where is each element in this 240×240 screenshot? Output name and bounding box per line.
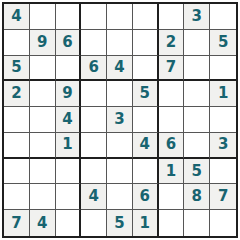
cell-r7c3-empty[interactable]	[56, 159, 82, 185]
cell-r3c7-given[interactable]: 7	[159, 56, 185, 82]
cell-r1c8-given[interactable]: 3	[184, 4, 210, 30]
cell-r3c3-empty[interactable]	[56, 56, 82, 82]
cell-r1c2-empty[interactable]	[30, 4, 56, 30]
cell-r8c5-empty[interactable]	[107, 184, 133, 210]
cell-r7c5-empty[interactable]	[107, 159, 133, 185]
cell-r3c9-empty[interactable]	[210, 56, 236, 82]
cell-r8c3-empty[interactable]	[56, 184, 82, 210]
cell-r8c6-given[interactable]: 6	[133, 184, 159, 210]
cell-r2c5-empty[interactable]	[107, 30, 133, 56]
cell-r3c4-given[interactable]: 6	[81, 56, 107, 82]
cell-r5c3-given[interactable]: 4	[56, 107, 82, 133]
cell-r1c4-empty[interactable]	[81, 4, 107, 30]
cell-r9c7-empty[interactable]	[159, 210, 185, 236]
cell-r2c8-empty[interactable]	[184, 30, 210, 56]
cell-r9c5-given[interactable]: 5	[107, 210, 133, 236]
cell-r2c6-empty[interactable]	[133, 30, 159, 56]
cell-r6c3-given[interactable]: 1	[56, 133, 82, 159]
cell-r8c4-given[interactable]: 4	[81, 184, 107, 210]
cell-r4c6-given[interactable]: 5	[133, 81, 159, 107]
cell-r7c4-empty[interactable]	[81, 159, 107, 185]
cell-r6c4-empty[interactable]	[81, 133, 107, 159]
cell-r5c5-given[interactable]: 3	[107, 107, 133, 133]
cell-r1c9-empty[interactable]	[210, 4, 236, 30]
cell-r8c1-empty[interactable]	[4, 184, 30, 210]
cell-r1c5-empty[interactable]	[107, 4, 133, 30]
cell-r9c4-empty[interactable]	[81, 210, 107, 236]
cell-r2c2-given[interactable]: 9	[30, 30, 56, 56]
cell-r4c3-given[interactable]: 9	[56, 81, 82, 107]
cell-r3c6-empty[interactable]	[133, 56, 159, 82]
cell-r6c6-given[interactable]: 4	[133, 133, 159, 159]
cell-r6c7-given[interactable]: 6	[159, 133, 185, 159]
cell-r9c8-empty[interactable]	[184, 210, 210, 236]
cell-r6c5-empty[interactable]	[107, 133, 133, 159]
cell-r8c7-empty[interactable]	[159, 184, 185, 210]
cell-r9c9-empty[interactable]	[210, 210, 236, 236]
cell-r4c1-given[interactable]: 2	[4, 81, 30, 107]
cell-r2c7-given[interactable]: 2	[159, 30, 185, 56]
cell-r2c9-given[interactable]: 5	[210, 30, 236, 56]
cell-r6c2-empty[interactable]	[30, 133, 56, 159]
cell-r5c1-empty[interactable]	[4, 107, 30, 133]
sudoku-app: 439625564729514314631546877451	[0, 0, 240, 240]
cell-r6c1-empty[interactable]	[4, 133, 30, 159]
cell-r7c2-empty[interactable]	[30, 159, 56, 185]
cell-r5c9-empty[interactable]	[210, 107, 236, 133]
cell-r4c9-given[interactable]: 1	[210, 81, 236, 107]
cell-r5c2-empty[interactable]	[30, 107, 56, 133]
cell-r4c5-empty[interactable]	[107, 81, 133, 107]
cell-r7c6-empty[interactable]	[133, 159, 159, 185]
cell-r4c7-empty[interactable]	[159, 81, 185, 107]
cell-r8c9-given[interactable]: 7	[210, 184, 236, 210]
cell-r1c7-empty[interactable]	[159, 4, 185, 30]
cell-r5c6-empty[interactable]	[133, 107, 159, 133]
cell-r9c1-given[interactable]: 7	[4, 210, 30, 236]
cell-r4c2-empty[interactable]	[30, 81, 56, 107]
cell-r7c7-given[interactable]: 1	[159, 159, 185, 185]
cell-r7c9-empty[interactable]	[210, 159, 236, 185]
cell-r5c7-empty[interactable]	[159, 107, 185, 133]
cell-r3c5-given[interactable]: 4	[107, 56, 133, 82]
cell-r4c8-empty[interactable]	[184, 81, 210, 107]
cell-r5c8-empty[interactable]	[184, 107, 210, 133]
cell-r1c1-given[interactable]: 4	[4, 4, 30, 30]
cell-r9c6-given[interactable]: 1	[133, 210, 159, 236]
sudoku-board: 439625564729514314631546877451	[2, 2, 238, 238]
cell-r7c8-given[interactable]: 5	[184, 159, 210, 185]
cell-r9c2-given[interactable]: 4	[30, 210, 56, 236]
cell-r3c2-empty[interactable]	[30, 56, 56, 82]
cell-r1c3-empty[interactable]	[56, 4, 82, 30]
cell-r3c8-empty[interactable]	[184, 56, 210, 82]
cell-r5c4-empty[interactable]	[81, 107, 107, 133]
cell-r8c2-empty[interactable]	[30, 184, 56, 210]
cell-r6c8-empty[interactable]	[184, 133, 210, 159]
cell-r2c1-empty[interactable]	[4, 30, 30, 56]
cell-r3c1-given[interactable]: 5	[4, 56, 30, 82]
cell-r1c6-empty[interactable]	[133, 4, 159, 30]
cell-r4c4-empty[interactable]	[81, 81, 107, 107]
cell-r8c8-given[interactable]: 8	[184, 184, 210, 210]
cell-r9c3-empty[interactable]	[56, 210, 82, 236]
cell-r2c4-empty[interactable]	[81, 30, 107, 56]
cell-r2c3-given[interactable]: 6	[56, 30, 82, 56]
cell-r7c1-empty[interactable]	[4, 159, 30, 185]
cell-r6c9-given[interactable]: 3	[210, 133, 236, 159]
